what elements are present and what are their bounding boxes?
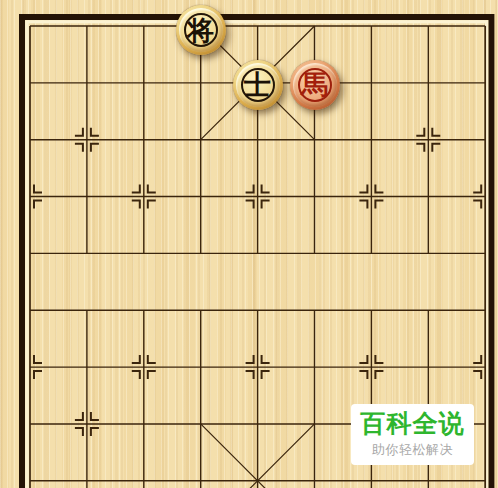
- piece-glyph: 馬: [301, 71, 328, 98]
- piece-red-horse[interactable]: 馬: [290, 60, 340, 110]
- watermark-title: 百科全说: [361, 410, 465, 438]
- piece-black-advisor[interactable]: 士: [233, 60, 283, 110]
- xiangqi-board[interactable]: 将士馬 百科全说 助你轻松解决: [0, 0, 498, 488]
- piece-face: 将: [179, 8, 223, 52]
- piece-face: 士: [236, 63, 280, 107]
- watermark: 百科全说 助你轻松解决: [351, 404, 474, 465]
- piece-black-general[interactable]: 将: [176, 5, 226, 55]
- watermark-subtitle: 助你轻松解决: [372, 441, 453, 459]
- piece-glyph: 将: [187, 17, 214, 44]
- piece-face: 馬: [293, 63, 337, 107]
- piece-glyph: 士: [244, 71, 271, 98]
